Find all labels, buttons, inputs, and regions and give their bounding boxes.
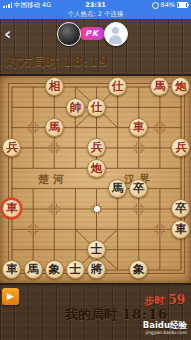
pk-badge: PK [79, 27, 105, 40]
piece-red-馬[interactable]: 馬 [45, 118, 64, 137]
piece-black-將[interactable]: 將 [87, 260, 106, 279]
hotspot-banner[interactable]: 个人热点: 2 个连接 [0, 10, 191, 19]
watermark-site: jingyan.baidu.com [143, 330, 187, 336]
back-button[interactable]: ‹ [4, 22, 11, 46]
piece-red-帥[interactable]: 帥 [66, 98, 85, 117]
app-screen: 中国移动 4G 23:31 84% 个人热点: 2 个连接 ‹ PK 对方局时1… [0, 0, 191, 340]
person-icon [112, 27, 119, 34]
xiangqi-board[interactable]: 楚河 汉界 相仕馬炮帥仕馬車兵兵兵炮車馬卒卒車士車馬象士將象 [0, 74, 191, 285]
opponent-avatar[interactable] [57, 22, 81, 46]
battery-icon [177, 2, 188, 9]
opponent-timer: 对方局时18:19 [6, 53, 109, 71]
piece-black-士[interactable]: 士 [66, 260, 85, 279]
signal-icon [3, 2, 12, 8]
piece-red-兵[interactable]: 兵 [2, 138, 21, 157]
piece-black-象[interactable]: 象 [45, 260, 64, 279]
piece-red-馬[interactable]: 馬 [150, 77, 169, 96]
piece-black-卒[interactable]: 卒 [129, 179, 148, 198]
piece-black-士[interactable]: 士 [87, 240, 106, 259]
move-timer-label: 步时 [144, 295, 164, 306]
opponent-timer-value: 18:19 [63, 54, 109, 69]
piece-red-仕[interactable]: 仕 [108, 77, 127, 96]
bottom-bar: ▶ 步时59 我的局时18:16 Baidu经验 jingyan.baidu.c… [0, 285, 191, 340]
piece-red-車[interactable]: 車 [129, 118, 148, 137]
piece-black-馬[interactable]: 馬 [108, 179, 127, 198]
board-grid[interactable]: 相仕馬炮帥仕馬車兵兵兵炮車馬卒卒車士車馬象士將象 [1, 77, 191, 280]
battery-percent: 84% [161, 0, 175, 10]
move-timer-value: 59 [168, 293, 185, 307]
play-button[interactable]: ▶ [2, 288, 19, 305]
piece-red-炮[interactable]: 炮 [171, 77, 190, 96]
piece-red-仕[interactable]: 仕 [87, 98, 106, 117]
network-label: 4G [42, 0, 51, 10]
opponent-timer-label: 对方局时 [6, 54, 58, 69]
alarm-icon [152, 2, 159, 9]
my-timer-label: 我的局时 [65, 307, 117, 322]
watermark-brand: Baidu经验 [143, 321, 187, 330]
piece-black-車[interactable]: 車 [2, 260, 21, 279]
piece-black-卒[interactable]: 卒 [171, 199, 190, 218]
my-avatar[interactable] [104, 22, 128, 46]
piece-red-兵[interactable]: 兵 [87, 138, 106, 157]
piece-black-車[interactable]: 車 [171, 220, 190, 239]
piece-red-車[interactable]: 車 [2, 199, 21, 218]
match-header: ‹ PK [0, 19, 191, 52]
piece-black-象[interactable]: 象 [129, 260, 148, 279]
carrier-label: 中国移动 [14, 0, 40, 10]
piece-red-兵[interactable]: 兵 [171, 138, 190, 157]
status-bar: 中国移动 4G 23:31 84% 个人热点: 2 个连接 [0, 0, 191, 19]
watermark: Baidu经验 jingyan.baidu.com [143, 321, 187, 336]
piece-red-炮[interactable]: 炮 [87, 159, 106, 178]
piece-red-相[interactable]: 相 [45, 77, 64, 96]
clock-time: 23:31 [85, 0, 106, 10]
piece-black-馬[interactable]: 馬 [24, 260, 43, 279]
